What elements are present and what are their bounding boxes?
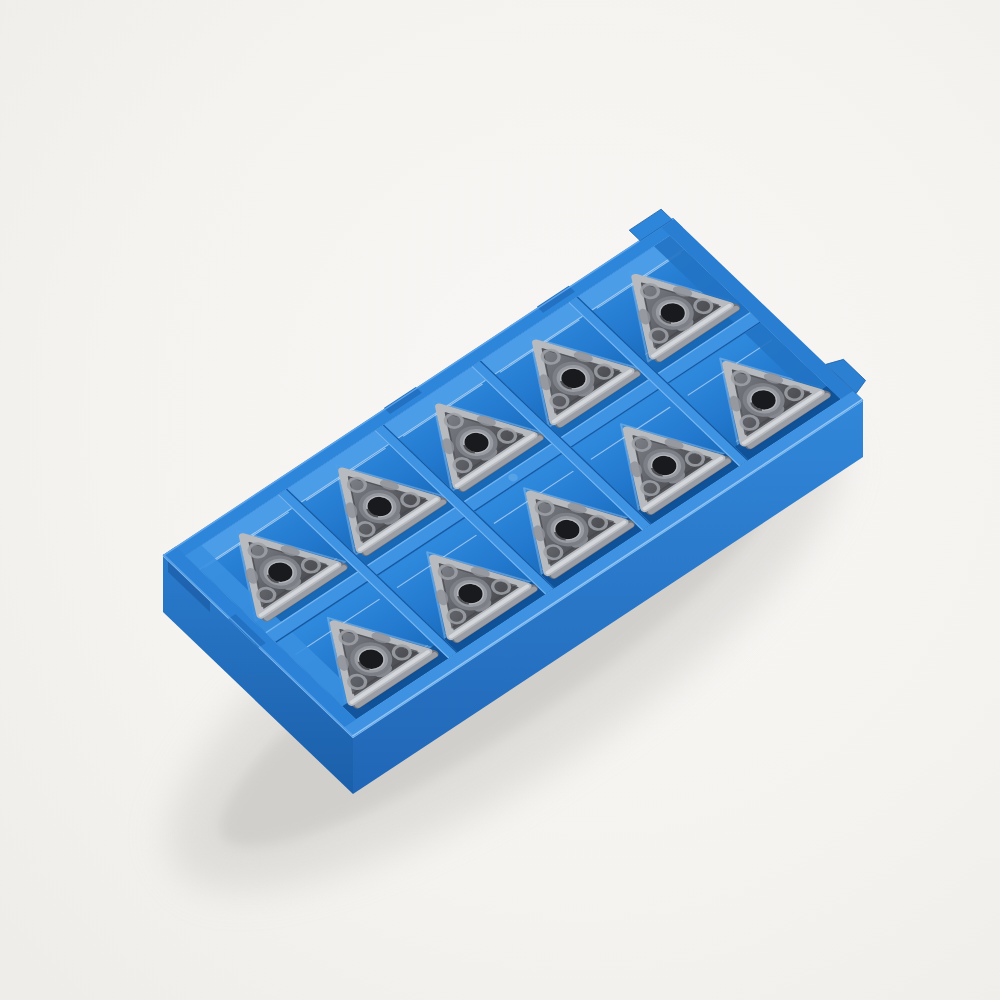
scene-canvas (0, 0, 1000, 1000)
product-photo (0, 0, 1000, 1000)
